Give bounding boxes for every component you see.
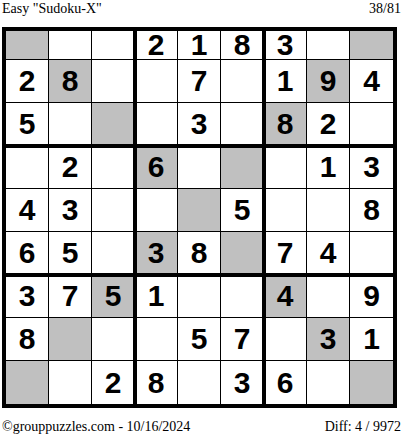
cell-r1c3[interactable] xyxy=(92,31,135,60)
cell-r7c4[interactable]: 1 xyxy=(135,275,178,318)
cell-r4c3[interactable] xyxy=(92,146,135,189)
cell-r6c8[interactable]: 4 xyxy=(307,232,350,275)
progress-counter: 38/81 xyxy=(369,1,401,17)
cell-r2c5[interactable]: 7 xyxy=(178,60,221,103)
sudoku-board: 2183287194538226134358653874375149857312… xyxy=(6,31,393,404)
cell-r2c3[interactable] xyxy=(92,60,135,103)
cell-r7c7[interactable]: 4 xyxy=(264,275,307,318)
cell-r1c9[interactable] xyxy=(350,31,393,60)
cell-r4c1[interactable] xyxy=(6,146,49,189)
cell-r6c6[interactable] xyxy=(221,232,264,275)
cell-r5c2[interactable]: 3 xyxy=(49,189,92,232)
cell-r8c5[interactable]: 5 xyxy=(178,318,221,361)
cell-r9c9[interactable] xyxy=(350,361,393,404)
cell-r9c6[interactable]: 3 xyxy=(221,361,264,404)
cell-r8c1[interactable]: 8 xyxy=(6,318,49,361)
cell-r4c8[interactable]: 1 xyxy=(307,146,350,189)
cell-r9c8[interactable] xyxy=(307,361,350,404)
cell-r3c7[interactable]: 8 xyxy=(264,103,307,146)
box-divider-horizontal-1 xyxy=(6,144,393,148)
cell-r6c2[interactable]: 5 xyxy=(49,232,92,275)
cell-r7c8[interactable] xyxy=(307,275,350,318)
cell-r7c6[interactable] xyxy=(221,275,264,318)
cell-r7c9[interactable]: 9 xyxy=(350,275,393,318)
cell-r1c2[interactable] xyxy=(49,31,92,60)
cell-r6c5[interactable]: 8 xyxy=(178,232,221,275)
cell-r2c6[interactable] xyxy=(221,60,264,103)
cell-r6c4[interactable]: 3 xyxy=(135,232,178,275)
cell-r2c9[interactable]: 4 xyxy=(350,60,393,103)
cell-r9c7[interactable]: 6 xyxy=(264,361,307,404)
cell-r7c1[interactable]: 3 xyxy=(6,275,49,318)
cell-r5c9[interactable]: 8 xyxy=(350,189,393,232)
cell-r3c2[interactable] xyxy=(49,103,92,146)
cell-r8c7[interactable] xyxy=(264,318,307,361)
cell-r6c1[interactable]: 6 xyxy=(6,232,49,275)
cell-r9c4[interactable]: 8 xyxy=(135,361,178,404)
cell-r1c1[interactable] xyxy=(6,31,49,60)
cell-r4c9[interactable]: 3 xyxy=(350,146,393,189)
box-divider-vertical-1 xyxy=(133,31,137,404)
cell-r6c3[interactable] xyxy=(92,232,135,275)
cell-r2c1[interactable]: 2 xyxy=(6,60,49,103)
cell-r4c5[interactable] xyxy=(178,146,221,189)
cell-r5c3[interactable] xyxy=(92,189,135,232)
cell-r3c8[interactable]: 2 xyxy=(307,103,350,146)
box-divider-vertical-2 xyxy=(262,31,266,404)
footer: ©grouppuzzles.com - 10/16/2024 Diff: 4 /… xyxy=(2,419,401,435)
header: Easy "Sudoku-X" 38/81 xyxy=(2,1,401,17)
cell-r5c1[interactable]: 4 xyxy=(6,189,49,232)
cell-r4c6[interactable] xyxy=(221,146,264,189)
cell-r4c4[interactable]: 6 xyxy=(135,146,178,189)
cell-r5c8[interactable] xyxy=(307,189,350,232)
cell-r3c6[interactable] xyxy=(221,103,264,146)
cell-r4c7[interactable] xyxy=(264,146,307,189)
cell-r6c7[interactable]: 7 xyxy=(264,232,307,275)
cell-r2c8[interactable]: 9 xyxy=(307,60,350,103)
cell-r1c7[interactable]: 3 xyxy=(264,31,307,60)
puzzle-title: Easy "Sudoku-X" xyxy=(2,1,102,17)
cell-r3c3[interactable] xyxy=(92,103,135,146)
copyright-text: ©grouppuzzles.com - 10/16/2024 xyxy=(2,419,190,435)
cell-r9c1[interactable] xyxy=(6,361,49,404)
cell-r7c2[interactable]: 7 xyxy=(49,275,92,318)
cell-r1c6[interactable]: 8 xyxy=(221,31,264,60)
puzzle-page: Easy "Sudoku-X" 38/81 218328719453822613… xyxy=(0,0,403,437)
cell-r1c4[interactable]: 2 xyxy=(135,31,178,60)
cell-r8c2[interactable] xyxy=(49,318,92,361)
difficulty-text: Diff: 4 / 9972 xyxy=(325,419,401,435)
cell-r8c3[interactable] xyxy=(92,318,135,361)
cell-r2c2[interactable]: 8 xyxy=(49,60,92,103)
cell-r3c1[interactable]: 5 xyxy=(6,103,49,146)
cell-r3c4[interactable] xyxy=(135,103,178,146)
cell-r3c5[interactable]: 3 xyxy=(178,103,221,146)
cell-r2c7[interactable]: 1 xyxy=(264,60,307,103)
cell-r3c9[interactable] xyxy=(350,103,393,146)
cell-r5c4[interactable] xyxy=(135,189,178,232)
cell-r9c5[interactable] xyxy=(178,361,221,404)
cell-r1c5[interactable]: 1 xyxy=(178,31,221,60)
sudoku-board-frame: 2183287194538226134358653874375149857312… xyxy=(2,27,397,408)
cell-r2c4[interactable] xyxy=(135,60,178,103)
cell-r5c7[interactable] xyxy=(264,189,307,232)
cell-r8c6[interactable]: 7 xyxy=(221,318,264,361)
cell-r5c5[interactable] xyxy=(178,189,221,232)
cell-r7c3[interactable]: 5 xyxy=(92,275,135,318)
cell-r8c8[interactable]: 3 xyxy=(307,318,350,361)
cell-r9c2[interactable] xyxy=(49,361,92,404)
box-divider-horizontal-2 xyxy=(6,273,393,277)
cell-r1c8[interactable] xyxy=(307,31,350,60)
cell-r6c9[interactable] xyxy=(350,232,393,275)
cell-r5c6[interactable]: 5 xyxy=(221,189,264,232)
cell-r4c2[interactable]: 2 xyxy=(49,146,92,189)
cell-r8c4[interactable] xyxy=(135,318,178,361)
cell-r9c3[interactable]: 2 xyxy=(92,361,135,404)
cell-r7c5[interactable] xyxy=(178,275,221,318)
cell-r8c9[interactable]: 1 xyxy=(350,318,393,361)
